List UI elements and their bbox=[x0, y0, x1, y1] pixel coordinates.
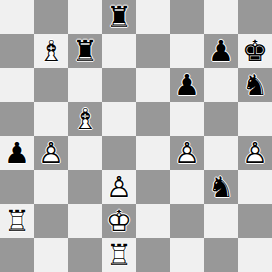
square-a3[interactable] bbox=[0, 170, 34, 204]
square-a4[interactable]: ♟ bbox=[0, 136, 34, 170]
square-c2[interactable] bbox=[68, 204, 102, 238]
white-pawn: ♟♙ bbox=[238, 136, 272, 170]
square-f6[interactable]: ♟ bbox=[170, 68, 204, 102]
black-knight: ♞ bbox=[238, 68, 272, 102]
square-h5[interactable] bbox=[238, 102, 272, 136]
black-rook: ♜ bbox=[68, 34, 102, 68]
square-b4[interactable]: ♟♙ bbox=[34, 136, 68, 170]
square-e3[interactable] bbox=[136, 170, 170, 204]
square-f2[interactable] bbox=[170, 204, 204, 238]
piece-outline-layer: ♙ bbox=[34, 136, 68, 170]
square-f7[interactable] bbox=[170, 34, 204, 68]
square-c4[interactable] bbox=[68, 136, 102, 170]
square-g8[interactable] bbox=[204, 0, 238, 34]
square-f1[interactable] bbox=[170, 238, 204, 272]
square-c7[interactable]: ♜ bbox=[68, 34, 102, 68]
square-g4[interactable] bbox=[204, 136, 238, 170]
black-knight: ♞ bbox=[204, 170, 238, 204]
square-e6[interactable] bbox=[136, 68, 170, 102]
square-d6[interactable] bbox=[102, 68, 136, 102]
square-e5[interactable] bbox=[136, 102, 170, 136]
square-d2[interactable]: ♚♔ bbox=[102, 204, 136, 238]
square-h4[interactable]: ♟♙ bbox=[238, 136, 272, 170]
black-king: ♚ bbox=[238, 34, 272, 68]
square-g3[interactable]: ♞ bbox=[204, 170, 238, 204]
square-d5[interactable] bbox=[102, 102, 136, 136]
square-b5[interactable] bbox=[34, 102, 68, 136]
square-f8[interactable] bbox=[170, 0, 204, 34]
chess-board: ♜♝♗♜♟♚♟♞♝♗♟♟♙♟♙♟♙♟♙♞♜♖♚♔♜♖ bbox=[0, 0, 272, 272]
square-d8[interactable]: ♜ bbox=[102, 0, 136, 34]
piece-outline-layer: ♗ bbox=[34, 34, 68, 68]
square-g2[interactable] bbox=[204, 204, 238, 238]
square-a5[interactable] bbox=[0, 102, 34, 136]
square-c1[interactable] bbox=[68, 238, 102, 272]
square-b3[interactable] bbox=[34, 170, 68, 204]
square-b6[interactable] bbox=[34, 68, 68, 102]
square-e1[interactable] bbox=[136, 238, 170, 272]
square-h3[interactable] bbox=[238, 170, 272, 204]
piece-outline-layer: ♔ bbox=[102, 204, 136, 238]
white-bishop: ♝♗ bbox=[68, 102, 102, 136]
square-c8[interactable] bbox=[68, 0, 102, 34]
square-h6[interactable]: ♞ bbox=[238, 68, 272, 102]
white-pawn: ♟♙ bbox=[102, 170, 136, 204]
square-f3[interactable] bbox=[170, 170, 204, 204]
square-a1[interactable] bbox=[0, 238, 34, 272]
piece-outline-layer: ♗ bbox=[68, 102, 102, 136]
square-b2[interactable] bbox=[34, 204, 68, 238]
square-c6[interactable] bbox=[68, 68, 102, 102]
square-g5[interactable] bbox=[204, 102, 238, 136]
square-a7[interactable] bbox=[0, 34, 34, 68]
square-b8[interactable] bbox=[34, 0, 68, 34]
black-rook: ♜ bbox=[102, 0, 136, 34]
black-pawn: ♟ bbox=[170, 68, 204, 102]
square-d7[interactable] bbox=[102, 34, 136, 68]
square-c3[interactable] bbox=[68, 170, 102, 204]
square-d1[interactable]: ♜♖ bbox=[102, 238, 136, 272]
piece-outline-layer: ♙ bbox=[238, 136, 272, 170]
square-g1[interactable] bbox=[204, 238, 238, 272]
piece-outline-layer: ♖ bbox=[102, 238, 136, 272]
black-pawn: ♟ bbox=[204, 34, 238, 68]
white-rook: ♜♖ bbox=[102, 238, 136, 272]
square-e4[interactable] bbox=[136, 136, 170, 170]
square-f5[interactable] bbox=[170, 102, 204, 136]
white-king: ♚♔ bbox=[102, 204, 136, 238]
square-g7[interactable]: ♟ bbox=[204, 34, 238, 68]
white-pawn: ♟♙ bbox=[170, 136, 204, 170]
square-b7[interactable]: ♝♗ bbox=[34, 34, 68, 68]
square-e8[interactable] bbox=[136, 0, 170, 34]
square-g6[interactable] bbox=[204, 68, 238, 102]
square-d3[interactable]: ♟♙ bbox=[102, 170, 136, 204]
white-rook: ♜♖ bbox=[0, 204, 34, 238]
square-d4[interactable] bbox=[102, 136, 136, 170]
square-h2[interactable] bbox=[238, 204, 272, 238]
square-e7[interactable] bbox=[136, 34, 170, 68]
piece-outline-layer: ♙ bbox=[170, 136, 204, 170]
square-a8[interactable] bbox=[0, 0, 34, 34]
piece-outline-layer: ♖ bbox=[0, 204, 34, 238]
square-h8[interactable] bbox=[238, 0, 272, 34]
square-h1[interactable] bbox=[238, 238, 272, 272]
piece-outline-layer: ♙ bbox=[102, 170, 136, 204]
square-b1[interactable] bbox=[34, 238, 68, 272]
white-pawn: ♟♙ bbox=[34, 136, 68, 170]
square-h7[interactable]: ♚ bbox=[238, 34, 272, 68]
white-bishop: ♝♗ bbox=[34, 34, 68, 68]
black-pawn: ♟ bbox=[0, 136, 34, 170]
square-f4[interactable]: ♟♙ bbox=[170, 136, 204, 170]
square-c5[interactable]: ♝♗ bbox=[68, 102, 102, 136]
square-e2[interactable] bbox=[136, 204, 170, 238]
square-a2[interactable]: ♜♖ bbox=[0, 204, 34, 238]
square-a6[interactable] bbox=[0, 68, 34, 102]
